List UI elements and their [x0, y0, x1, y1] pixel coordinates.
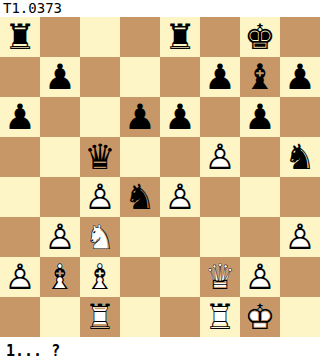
piece-white-rook: ♖ — [200, 297, 240, 337]
piece-black-queen: ♛ — [80, 137, 120, 177]
square-g2[interactable]: ♟♙ — [240, 257, 280, 297]
square-h1[interactable] — [280, 297, 320, 337]
square-e7[interactable] — [160, 57, 200, 97]
square-g3[interactable] — [240, 217, 280, 257]
square-b3[interactable]: ♟♙ — [40, 217, 80, 257]
piece-white-pawn: ♙ — [80, 177, 120, 217]
square-e3[interactable] — [160, 217, 200, 257]
piece-black-king: ♚ — [240, 17, 280, 57]
square-a2[interactable]: ♟♙ — [0, 257, 40, 297]
piece-white-pawn: ♙ — [200, 137, 240, 177]
square-b6[interactable] — [40, 97, 80, 137]
piece-black-pawn: ♟ — [200, 57, 240, 97]
square-e2[interactable] — [160, 257, 200, 297]
square-b7[interactable]: ♟ — [40, 57, 80, 97]
square-b1[interactable] — [40, 297, 80, 337]
square-c4[interactable]: ♟♙ — [80, 177, 120, 217]
square-a1[interactable] — [0, 297, 40, 337]
square-d4[interactable]: ♞ — [120, 177, 160, 217]
square-a4[interactable] — [0, 177, 40, 217]
square-h2[interactable] — [280, 257, 320, 297]
square-e8[interactable]: ♜ — [160, 17, 200, 57]
square-c8[interactable] — [80, 17, 120, 57]
piece-black-pawn: ♟ — [0, 97, 40, 137]
square-h6[interactable] — [280, 97, 320, 137]
piece-white-king: ♔ — [240, 297, 280, 337]
square-e4[interactable]: ♟♙ — [160, 177, 200, 217]
square-e6[interactable]: ♟ — [160, 97, 200, 137]
square-f5[interactable]: ♟♙ — [200, 137, 240, 177]
square-c6[interactable] — [80, 97, 120, 137]
piece-black-pawn: ♟ — [280, 57, 320, 97]
square-g6[interactable]: ♟ — [240, 97, 280, 137]
square-d5[interactable] — [120, 137, 160, 177]
square-g4[interactable] — [240, 177, 280, 217]
square-c2[interactable]: ♝♗ — [80, 257, 120, 297]
square-d8[interactable] — [120, 17, 160, 57]
square-e1[interactable] — [160, 297, 200, 337]
square-a8[interactable]: ♜ — [0, 17, 40, 57]
square-c7[interactable] — [80, 57, 120, 97]
piece-white-pawn: ♙ — [0, 257, 40, 297]
square-b8[interactable] — [40, 17, 80, 57]
square-g1[interactable]: ♚♔ — [240, 297, 280, 337]
piece-white-pawn: ♙ — [240, 257, 280, 297]
square-g8[interactable]: ♚ — [240, 17, 280, 57]
square-f1[interactable]: ♜♖ — [200, 297, 240, 337]
square-h3[interactable]: ♟♙ — [280, 217, 320, 257]
piece-black-pawn: ♟ — [40, 57, 80, 97]
square-f2[interactable]: ♛♕ — [200, 257, 240, 297]
move-prompt: 1... ? — [0, 337, 320, 360]
square-e5[interactable] — [160, 137, 200, 177]
puzzle-id: T1.0373 — [0, 0, 320, 17]
piece-white-queen: ♕ — [200, 257, 240, 297]
piece-black-rook: ♜ — [0, 17, 40, 57]
piece-black-rook: ♜ — [160, 17, 200, 57]
piece-white-bishop: ♗ — [40, 257, 80, 297]
piece-black-pawn: ♟ — [120, 97, 160, 137]
square-f8[interactable] — [200, 17, 240, 57]
square-h5[interactable]: ♞ — [280, 137, 320, 177]
square-d2[interactable] — [120, 257, 160, 297]
square-h7[interactable]: ♟ — [280, 57, 320, 97]
piece-white-knight: ♘ — [80, 217, 120, 257]
piece-black-knight: ♞ — [280, 137, 320, 177]
piece-white-pawn: ♙ — [160, 177, 200, 217]
chess-board: ♜♜♚♟♟♝♟♟♟♟♟♛♟♙♞♟♙♞♟♙♟♙♞♘♟♙♟♙♝♗♝♗♛♕♟♙♜♖♜♖… — [0, 17, 320, 337]
square-f6[interactable] — [200, 97, 240, 137]
piece-black-pawn: ♟ — [240, 97, 280, 137]
piece-black-bishop: ♝ — [240, 57, 280, 97]
square-g5[interactable] — [240, 137, 280, 177]
piece-black-pawn: ♟ — [160, 97, 200, 137]
piece-black-knight: ♞ — [120, 177, 160, 217]
piece-white-pawn: ♙ — [40, 217, 80, 257]
square-d6[interactable]: ♟ — [120, 97, 160, 137]
square-d3[interactable] — [120, 217, 160, 257]
square-h4[interactable] — [280, 177, 320, 217]
square-c3[interactable]: ♞♘ — [80, 217, 120, 257]
square-c1[interactable]: ♜♖ — [80, 297, 120, 337]
square-b2[interactable]: ♝♗ — [40, 257, 80, 297]
square-g7[interactable]: ♝ — [240, 57, 280, 97]
square-f7[interactable]: ♟ — [200, 57, 240, 97]
square-d1[interactable] — [120, 297, 160, 337]
piece-white-bishop: ♗ — [80, 257, 120, 297]
square-a6[interactable]: ♟ — [0, 97, 40, 137]
piece-white-rook: ♖ — [80, 297, 120, 337]
square-a3[interactable] — [0, 217, 40, 257]
square-b4[interactable] — [40, 177, 80, 217]
square-f3[interactable] — [200, 217, 240, 257]
chess-puzzle-app: T1.0373 ♜♜♚♟♟♝♟♟♟♟♟♛♟♙♞♟♙♞♟♙♟♙♞♘♟♙♟♙♝♗♝♗… — [0, 0, 320, 360]
square-c5[interactable]: ♛ — [80, 137, 120, 177]
square-a5[interactable] — [0, 137, 40, 177]
square-f4[interactable] — [200, 177, 240, 217]
piece-white-pawn: ♙ — [280, 217, 320, 257]
square-b5[interactable] — [40, 137, 80, 177]
square-a7[interactable] — [0, 57, 40, 97]
square-d7[interactable] — [120, 57, 160, 97]
square-h8[interactable] — [280, 17, 320, 57]
